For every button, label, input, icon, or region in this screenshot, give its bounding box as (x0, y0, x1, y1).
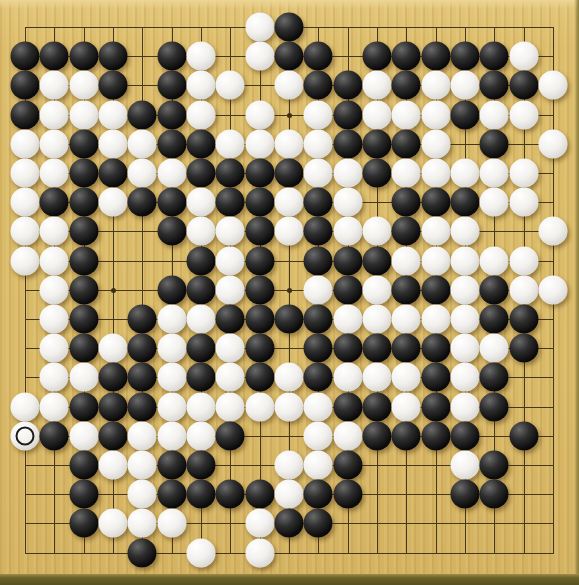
white-stone[interactable] (422, 217, 451, 246)
black-stone[interactable] (99, 42, 128, 71)
grid-line-horizontal (25, 553, 554, 554)
black-stone[interactable] (275, 42, 304, 71)
black-stone[interactable] (304, 71, 333, 100)
black-stone[interactable] (480, 71, 509, 100)
white-stone[interactable] (158, 159, 187, 188)
black-stone[interactable] (392, 42, 421, 71)
white-stone[interactable] (304, 276, 333, 305)
black-stone[interactable] (40, 42, 69, 71)
black-stone[interactable] (216, 159, 245, 188)
black-stone[interactable] (510, 71, 539, 100)
black-stone[interactable] (451, 188, 480, 217)
black-stone[interactable] (363, 247, 392, 276)
white-stone[interactable] (392, 305, 421, 334)
white-stone[interactable] (187, 188, 216, 217)
black-stone[interactable] (304, 334, 333, 363)
white-stone[interactable] (99, 451, 128, 480)
white-stone[interactable] (363, 363, 392, 392)
white-stone[interactable] (304, 393, 333, 422)
black-stone[interactable] (99, 71, 128, 100)
white-stone[interactable] (451, 305, 480, 334)
white-stone[interactable] (11, 247, 40, 276)
white-stone[interactable] (275, 217, 304, 246)
black-stone[interactable] (216, 188, 245, 217)
white-stone[interactable] (480, 101, 509, 130)
white-stone[interactable] (40, 276, 69, 305)
black-stone[interactable] (480, 130, 509, 159)
white-stone[interactable] (363, 217, 392, 246)
white-stone[interactable] (334, 422, 363, 451)
black-stone[interactable] (304, 480, 333, 509)
black-stone[interactable] (187, 130, 216, 159)
black-stone[interactable] (363, 42, 392, 71)
black-stone[interactable] (128, 539, 157, 568)
black-stone[interactable] (187, 159, 216, 188)
white-stone[interactable] (363, 101, 392, 130)
white-stone[interactable] (216, 276, 245, 305)
black-stone[interactable] (70, 217, 99, 246)
black-stone[interactable] (510, 305, 539, 334)
white-stone[interactable] (422, 305, 451, 334)
white-stone[interactable] (451, 159, 480, 188)
black-stone[interactable] (304, 247, 333, 276)
black-stone[interactable] (70, 305, 99, 334)
white-stone[interactable] (187, 71, 216, 100)
white-stone[interactable] (158, 363, 187, 392)
white-stone[interactable] (70, 101, 99, 130)
white-stone[interactable] (480, 247, 509, 276)
black-stone[interactable] (246, 305, 275, 334)
black-stone[interactable] (70, 276, 99, 305)
white-stone[interactable] (422, 71, 451, 100)
black-stone[interactable] (334, 101, 363, 130)
black-stone[interactable] (187, 334, 216, 363)
white-stone[interactable] (246, 539, 275, 568)
white-stone[interactable] (304, 130, 333, 159)
white-stone[interactable] (246, 509, 275, 538)
black-stone[interactable] (70, 451, 99, 480)
white-stone[interactable] (216, 247, 245, 276)
white-stone[interactable] (246, 130, 275, 159)
black-stone[interactable] (334, 393, 363, 422)
black-stone[interactable] (246, 188, 275, 217)
black-stone[interactable] (158, 101, 187, 130)
white-stone[interactable] (216, 334, 245, 363)
white-stone[interactable] (246, 42, 275, 71)
black-stone[interactable] (422, 334, 451, 363)
white-stone[interactable] (187, 305, 216, 334)
black-stone[interactable] (128, 334, 157, 363)
white-stone[interactable] (40, 130, 69, 159)
white-stone[interactable] (451, 247, 480, 276)
black-stone[interactable] (275, 159, 304, 188)
white-stone[interactable] (158, 393, 187, 422)
white-stone[interactable] (187, 393, 216, 422)
black-stone[interactable] (275, 509, 304, 538)
white-stone[interactable] (40, 363, 69, 392)
black-stone[interactable] (334, 480, 363, 509)
black-stone[interactable] (70, 42, 99, 71)
black-stone[interactable] (70, 393, 99, 422)
black-stone[interactable] (158, 276, 187, 305)
black-stone[interactable] (187, 247, 216, 276)
black-stone[interactable] (422, 42, 451, 71)
black-stone[interactable] (187, 480, 216, 509)
white-stone[interactable] (40, 217, 69, 246)
black-stone[interactable] (363, 130, 392, 159)
white-stone[interactable] (539, 276, 568, 305)
white-stone[interactable] (392, 247, 421, 276)
white-stone[interactable] (40, 305, 69, 334)
white-stone[interactable] (304, 451, 333, 480)
black-stone[interactable] (392, 217, 421, 246)
black-stone[interactable] (334, 276, 363, 305)
white-stone[interactable] (158, 305, 187, 334)
white-stone[interactable] (510, 159, 539, 188)
white-stone[interactable] (11, 188, 40, 217)
black-stone[interactable] (480, 305, 509, 334)
white-stone[interactable] (128, 509, 157, 538)
white-stone[interactable] (275, 363, 304, 392)
white-stone[interactable] (510, 276, 539, 305)
black-stone[interactable] (363, 159, 392, 188)
white-stone[interactable] (480, 188, 509, 217)
black-stone[interactable] (246, 217, 275, 246)
black-stone[interactable] (392, 71, 421, 100)
white-stone[interactable] (11, 393, 40, 422)
black-stone[interactable] (246, 276, 275, 305)
black-stone[interactable] (334, 130, 363, 159)
black-stone[interactable] (158, 480, 187, 509)
white-stone[interactable] (128, 451, 157, 480)
black-stone[interactable] (392, 422, 421, 451)
black-stone[interactable] (99, 363, 128, 392)
black-stone[interactable] (216, 305, 245, 334)
black-stone[interactable] (422, 188, 451, 217)
black-stone[interactable] (363, 422, 392, 451)
white-stone[interactable] (40, 71, 69, 100)
white-stone[interactable] (275, 130, 304, 159)
black-stone[interactable] (187, 451, 216, 480)
white-stone[interactable] (392, 393, 421, 422)
white-stone[interactable] (451, 276, 480, 305)
black-stone[interactable] (334, 451, 363, 480)
white-stone[interactable] (510, 101, 539, 130)
black-stone[interactable] (422, 393, 451, 422)
white-stone[interactable] (363, 305, 392, 334)
black-stone[interactable] (246, 334, 275, 363)
white-stone[interactable] (70, 363, 99, 392)
white-stone[interactable] (11, 159, 40, 188)
black-stone[interactable] (304, 509, 333, 538)
white-stone[interactable] (510, 188, 539, 217)
star-point (287, 288, 292, 293)
black-stone[interactable] (70, 130, 99, 159)
white-stone[interactable] (422, 159, 451, 188)
black-stone[interactable] (70, 509, 99, 538)
white-stone[interactable] (451, 217, 480, 246)
white-stone[interactable] (128, 130, 157, 159)
white-stone[interactable] (334, 363, 363, 392)
black-stone[interactable] (510, 422, 539, 451)
white-stone[interactable] (304, 159, 333, 188)
black-stone[interactable] (158, 130, 187, 159)
white-stone[interactable] (451, 451, 480, 480)
black-stone[interactable] (392, 334, 421, 363)
black-stone[interactable] (11, 71, 40, 100)
black-stone[interactable] (128, 305, 157, 334)
black-stone[interactable] (304, 42, 333, 71)
black-stone[interactable] (451, 101, 480, 130)
white-stone[interactable] (451, 334, 480, 363)
white-stone[interactable] (422, 130, 451, 159)
white-stone[interactable] (392, 159, 421, 188)
star-point (111, 288, 116, 293)
white-stone[interactable] (70, 422, 99, 451)
black-stone[interactable] (275, 13, 304, 42)
white-stone[interactable] (216, 363, 245, 392)
white-stone[interactable] (539, 71, 568, 100)
black-stone[interactable] (304, 188, 333, 217)
white-stone[interactable] (246, 101, 275, 130)
black-stone[interactable] (334, 71, 363, 100)
black-stone[interactable] (304, 363, 333, 392)
black-stone[interactable] (70, 159, 99, 188)
black-stone[interactable] (128, 393, 157, 422)
white-stone[interactable] (363, 276, 392, 305)
black-stone[interactable] (70, 334, 99, 363)
white-stone[interactable] (216, 393, 245, 422)
white-stone[interactable] (99, 130, 128, 159)
black-stone[interactable] (158, 42, 187, 71)
white-stone[interactable] (40, 159, 69, 188)
white-stone[interactable] (99, 334, 128, 363)
white-stone[interactable] (187, 422, 216, 451)
white-stone[interactable] (480, 159, 509, 188)
black-stone[interactable] (334, 334, 363, 363)
white-stone[interactable] (539, 217, 568, 246)
black-stone[interactable] (392, 188, 421, 217)
black-stone[interactable] (99, 393, 128, 422)
white-stone[interactable] (40, 393, 69, 422)
white-stone[interactable] (451, 363, 480, 392)
black-stone[interactable] (40, 422, 69, 451)
last-move-marker (16, 427, 35, 446)
white-stone[interactable] (187, 539, 216, 568)
white-stone[interactable] (334, 188, 363, 217)
white-stone[interactable] (11, 130, 40, 159)
black-stone[interactable] (99, 422, 128, 451)
white-stone[interactable] (187, 42, 216, 71)
black-stone[interactable] (451, 42, 480, 71)
white-stone[interactable] (275, 393, 304, 422)
white-stone[interactable] (216, 71, 245, 100)
black-stone[interactable] (216, 422, 245, 451)
board-edge-shadow-bottom (0, 574, 579, 585)
black-stone[interactable] (246, 363, 275, 392)
black-stone[interactable] (70, 188, 99, 217)
white-stone[interactable] (99, 509, 128, 538)
black-stone[interactable] (392, 276, 421, 305)
black-stone[interactable] (451, 480, 480, 509)
black-stone[interactable] (128, 188, 157, 217)
white-stone[interactable] (392, 363, 421, 392)
black-stone[interactable] (158, 451, 187, 480)
black-stone[interactable] (216, 480, 245, 509)
white-stone[interactable] (422, 247, 451, 276)
white-stone[interactable] (70, 71, 99, 100)
black-stone[interactable] (480, 363, 509, 392)
black-stone[interactable] (11, 42, 40, 71)
black-stone[interactable] (158, 188, 187, 217)
star-point (287, 113, 292, 118)
black-stone[interactable] (480, 276, 509, 305)
black-stone[interactable] (334, 247, 363, 276)
white-stone[interactable] (451, 393, 480, 422)
board-edge-highlight (0, 0, 579, 9)
white-stone[interactable] (451, 71, 480, 100)
white-stone[interactable] (334, 305, 363, 334)
black-stone[interactable] (275, 305, 304, 334)
black-stone[interactable] (480, 451, 509, 480)
white-stone[interactable] (216, 130, 245, 159)
white-stone[interactable] (158, 334, 187, 363)
white-stone[interactable] (128, 422, 157, 451)
white-stone[interactable] (334, 217, 363, 246)
white-stone[interactable] (392, 101, 421, 130)
black-stone[interactable] (99, 159, 128, 188)
white-stone[interactable] (128, 159, 157, 188)
white-stone[interactable] (158, 509, 187, 538)
white-stone[interactable] (539, 130, 568, 159)
black-stone[interactable] (363, 334, 392, 363)
white-stone[interactable] (510, 42, 539, 71)
black-stone[interactable] (422, 276, 451, 305)
black-stone[interactable] (70, 480, 99, 509)
black-stone[interactable] (128, 101, 157, 130)
white-stone[interactable] (275, 188, 304, 217)
white-stone[interactable] (40, 101, 69, 130)
white-stone[interactable] (246, 13, 275, 42)
black-stone[interactable] (304, 305, 333, 334)
white-stone[interactable] (480, 334, 509, 363)
white-stone[interactable] (275, 480, 304, 509)
black-stone[interactable] (158, 71, 187, 100)
black-stone[interactable] (422, 363, 451, 392)
black-stone[interactable] (480, 393, 509, 422)
black-stone[interactable] (480, 42, 509, 71)
black-stone[interactable] (304, 217, 333, 246)
black-stone[interactable] (40, 188, 69, 217)
white-stone[interactable] (187, 217, 216, 246)
black-stone[interactable] (187, 276, 216, 305)
white-stone[interactable] (128, 480, 157, 509)
black-stone[interactable] (158, 217, 187, 246)
white-stone[interactable] (246, 393, 275, 422)
white-stone[interactable] (187, 101, 216, 130)
white-stone[interactable] (158, 422, 187, 451)
white-stone[interactable] (275, 71, 304, 100)
black-stone[interactable] (11, 101, 40, 130)
black-stone[interactable] (480, 480, 509, 509)
black-stone[interactable] (451, 422, 480, 451)
black-stone[interactable] (422, 422, 451, 451)
white-stone[interactable] (11, 217, 40, 246)
white-stone[interactable] (99, 101, 128, 130)
white-stone[interactable] (363, 71, 392, 100)
black-stone[interactable] (363, 393, 392, 422)
black-stone[interactable] (246, 247, 275, 276)
black-stone[interactable] (246, 480, 275, 509)
black-stone[interactable] (187, 363, 216, 392)
white-stone[interactable] (510, 247, 539, 276)
white-stone[interactable] (40, 247, 69, 276)
black-stone[interactable] (392, 130, 421, 159)
white-stone[interactable] (216, 217, 245, 246)
white-stone[interactable] (304, 422, 333, 451)
black-stone[interactable] (246, 159, 275, 188)
white-stone[interactable] (275, 451, 304, 480)
white-stone[interactable] (304, 101, 333, 130)
black-stone[interactable] (128, 363, 157, 392)
board-edge-shadow-right (574, 0, 579, 585)
black-stone[interactable] (70, 247, 99, 276)
white-stone[interactable] (422, 101, 451, 130)
go-board (0, 0, 579, 585)
white-stone[interactable] (334, 159, 363, 188)
white-stone[interactable] (99, 188, 128, 217)
white-stone[interactable] (40, 334, 69, 363)
black-stone[interactable] (510, 334, 539, 363)
